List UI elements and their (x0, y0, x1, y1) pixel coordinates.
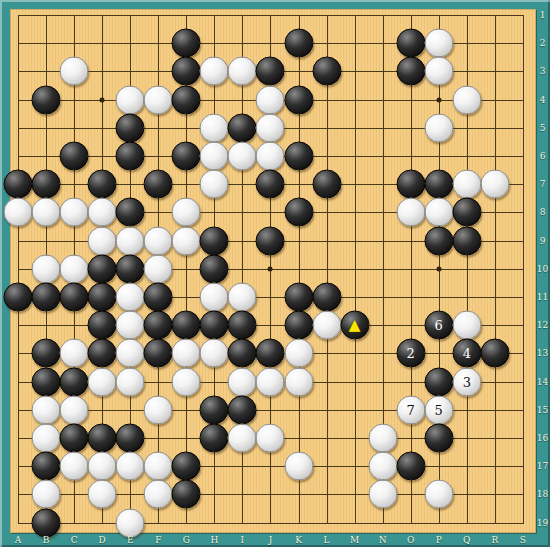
grid-line-horizontal (18, 523, 524, 524)
black-stone[interactable] (256, 170, 285, 199)
column-label: S (520, 535, 526, 545)
black-stone[interactable] (4, 283, 33, 312)
black-stone[interactable] (452, 226, 481, 255)
white-stone[interactable] (424, 113, 453, 142)
black-stone[interactable] (116, 198, 145, 227)
black-stone[interactable]: 4 (452, 339, 481, 368)
row-label: 8 (536, 207, 549, 217)
white-stone[interactable] (116, 452, 145, 481)
white-stone[interactable] (116, 311, 145, 340)
black-stone[interactable]: 6 (424, 311, 453, 340)
black-stone[interactable] (60, 367, 89, 396)
row-label: 17 (536, 461, 549, 471)
white-stone[interactable] (32, 395, 61, 424)
black-stone[interactable] (228, 339, 257, 368)
white-stone[interactable] (60, 395, 89, 424)
white-stone[interactable] (116, 226, 145, 255)
black-stone[interactable] (424, 424, 453, 453)
white-stone[interactable] (60, 57, 89, 86)
black-stone[interactable] (144, 170, 173, 199)
white-stone[interactable] (228, 283, 257, 312)
black-stone[interactable] (32, 170, 61, 199)
black-stone[interactable] (60, 283, 89, 312)
black-stone[interactable] (88, 424, 117, 453)
black-stone[interactable] (200, 395, 229, 424)
black-stone[interactable] (480, 339, 509, 368)
white-stone[interactable] (88, 452, 117, 481)
star-point (100, 97, 105, 102)
column-label: E (127, 535, 134, 545)
column-label: R (491, 535, 498, 545)
black-stone[interactable] (312, 170, 341, 199)
column-label: M (350, 535, 359, 545)
black-stone[interactable] (256, 57, 285, 86)
go-app-window: ▲624375 ABCDEFGHIJKLMNOPQRS1234567891011… (0, 0, 550, 547)
white-stone[interactable] (200, 283, 229, 312)
white-stone[interactable] (200, 170, 229, 199)
black-stone[interactable] (172, 480, 201, 509)
white-stone[interactable] (144, 226, 173, 255)
go-board[interactable]: ▲624375 (10, 9, 536, 533)
move-number-label: 3 (463, 375, 471, 388)
black-stone[interactable] (312, 283, 341, 312)
white-stone[interactable] (284, 339, 313, 368)
white-stone[interactable] (228, 367, 257, 396)
black-stone[interactable] (396, 452, 425, 481)
white-stone[interactable]: 7 (396, 395, 425, 424)
white-stone[interactable] (60, 198, 89, 227)
black-stone[interactable] (284, 198, 313, 227)
white-stone[interactable] (200, 113, 229, 142)
black-stone[interactable] (200, 226, 229, 255)
column-label: G (183, 535, 190, 545)
row-label: 16 (536, 433, 549, 443)
black-stone[interactable] (284, 283, 313, 312)
white-stone[interactable] (312, 311, 341, 340)
white-stone[interactable] (116, 508, 145, 537)
black-stone[interactable] (172, 452, 201, 481)
row-label: 3 (536, 66, 549, 76)
black-stone[interactable] (32, 367, 61, 396)
column-label: D (99, 535, 106, 545)
row-label: 12 (536, 320, 549, 330)
column-label: H (210, 535, 218, 545)
grid-line-vertical (355, 15, 356, 524)
white-stone[interactable] (256, 113, 285, 142)
white-stone[interactable] (228, 57, 257, 86)
white-stone[interactable] (228, 424, 257, 453)
column-label: K (295, 535, 302, 545)
black-stone[interactable] (172, 85, 201, 114)
black-stone[interactable] (88, 170, 117, 199)
black-stone[interactable] (116, 142, 145, 171)
white-stone[interactable] (368, 480, 397, 509)
row-label: 19 (536, 518, 549, 528)
black-stone[interactable] (144, 339, 173, 368)
white-stone[interactable] (116, 367, 145, 396)
black-stone[interactable] (396, 29, 425, 58)
row-label: 7 (536, 179, 549, 189)
white-stone[interactable] (396, 198, 425, 227)
row-label: 5 (536, 123, 549, 133)
black-stone[interactable] (116, 254, 145, 283)
column-label: A (15, 535, 22, 545)
grid-line-vertical (411, 15, 412, 524)
white-stone[interactable] (424, 198, 453, 227)
row-label: 11 (536, 292, 549, 302)
black-stone[interactable] (312, 57, 341, 86)
black-stone[interactable] (452, 198, 481, 227)
black-stone[interactable] (284, 142, 313, 171)
white-stone[interactable] (32, 254, 61, 283)
white-stone[interactable] (144, 395, 173, 424)
black-stone[interactable] (396, 170, 425, 199)
white-stone[interactable] (452, 170, 481, 199)
black-stone[interactable] (32, 85, 61, 114)
black-stone[interactable] (200, 311, 229, 340)
black-stone[interactable] (172, 57, 201, 86)
black-stone[interactable] (424, 226, 453, 255)
move-number-label: 5 (435, 403, 443, 416)
white-stone[interactable] (116, 339, 145, 368)
white-stone[interactable] (368, 424, 397, 453)
black-stone[interactable] (284, 85, 313, 114)
white-stone[interactable] (284, 452, 313, 481)
white-stone[interactable] (32, 424, 61, 453)
white-stone[interactable] (172, 367, 201, 396)
white-stone[interactable] (256, 424, 285, 453)
white-stone[interactable] (88, 198, 117, 227)
black-stone[interactable] (32, 452, 61, 481)
black-stone[interactable] (172, 29, 201, 58)
black-stone[interactable] (88, 283, 117, 312)
white-stone[interactable] (200, 57, 229, 86)
row-label: 1 (536, 10, 549, 20)
white-stone[interactable]: 5 (424, 395, 453, 424)
row-label: 15 (536, 405, 549, 415)
white-stone[interactable] (144, 452, 173, 481)
column-label: L (324, 535, 330, 545)
star-point (436, 266, 441, 271)
black-stone[interactable] (116, 113, 145, 142)
white-stone[interactable] (256, 367, 285, 396)
white-stone[interactable] (60, 254, 89, 283)
black-stone[interactable] (200, 254, 229, 283)
white-stone[interactable] (424, 57, 453, 86)
white-stone[interactable] (32, 198, 61, 227)
white-stone[interactable] (116, 85, 145, 114)
white-stone[interactable] (144, 85, 173, 114)
column-label: N (379, 535, 387, 545)
column-label: Q (463, 535, 470, 545)
white-stone[interactable] (60, 452, 89, 481)
black-stone[interactable] (60, 142, 89, 171)
black-stone[interactable] (228, 395, 257, 424)
white-stone[interactable] (32, 480, 61, 509)
row-label: 9 (536, 236, 549, 246)
black-stone[interactable] (144, 283, 173, 312)
white-stone[interactable] (228, 142, 257, 171)
black-stone[interactable] (88, 254, 117, 283)
column-label: C (71, 535, 78, 545)
star-point (436, 97, 441, 102)
black-stone[interactable]: ▲ (340, 311, 369, 340)
white-stone[interactable] (256, 85, 285, 114)
column-label: P (436, 535, 442, 545)
star-point (268, 266, 273, 271)
black-stone[interactable] (172, 142, 201, 171)
black-stone[interactable] (284, 29, 313, 58)
white-stone[interactable] (480, 170, 509, 199)
white-stone[interactable] (144, 254, 173, 283)
white-stone[interactable] (452, 85, 481, 114)
row-label: 6 (536, 151, 549, 161)
column-label: F (155, 535, 161, 545)
row-label: 14 (536, 377, 549, 387)
white-stone[interactable] (144, 480, 173, 509)
column-label: J (269, 535, 273, 545)
move-number-label: 2 (407, 347, 415, 360)
white-stone[interactable] (200, 142, 229, 171)
black-stone[interactable] (228, 113, 257, 142)
black-stone[interactable] (284, 311, 313, 340)
white-stone[interactable] (172, 226, 201, 255)
white-stone[interactable] (88, 480, 117, 509)
move-number-label: 7 (407, 403, 415, 416)
black-stone[interactable] (60, 424, 89, 453)
black-stone[interactable] (424, 170, 453, 199)
white-stone[interactable] (284, 367, 313, 396)
row-label: 2 (536, 38, 549, 48)
black-stone[interactable] (116, 424, 145, 453)
black-stone[interactable] (88, 311, 117, 340)
grid-line-vertical (523, 15, 524, 524)
black-stone[interactable] (4, 170, 33, 199)
row-label: 4 (536, 95, 549, 105)
black-stone[interactable] (424, 367, 453, 396)
white-stone[interactable] (200, 339, 229, 368)
white-stone[interactable] (452, 311, 481, 340)
black-stone[interactable] (228, 311, 257, 340)
black-stone[interactable] (172, 311, 201, 340)
column-label: O (407, 535, 414, 545)
black-stone[interactable] (396, 57, 425, 86)
black-stone[interactable] (256, 339, 285, 368)
column-label: I (241, 535, 245, 545)
white-stone[interactable] (424, 29, 453, 58)
black-stone[interactable] (200, 424, 229, 453)
white-stone[interactable] (256, 142, 285, 171)
grid-line-vertical (495, 15, 496, 524)
black-stone[interactable] (32, 339, 61, 368)
white-stone[interactable] (172, 198, 201, 227)
black-stone[interactable] (88, 339, 117, 368)
white-stone[interactable] (116, 283, 145, 312)
move-number-label: 4 (463, 347, 471, 360)
black-stone[interactable] (256, 226, 285, 255)
white-stone[interactable] (172, 339, 201, 368)
black-stone[interactable]: 2 (396, 339, 425, 368)
grid-line-vertical (327, 15, 328, 524)
row-label: 10 (536, 264, 549, 274)
white-stone[interactable] (88, 226, 117, 255)
black-stone[interactable] (32, 283, 61, 312)
column-label: B (43, 535, 50, 545)
white-stone[interactable] (424, 480, 453, 509)
move-number-label: 6 (435, 319, 443, 332)
white-stone[interactable]: 3 (452, 367, 481, 396)
black-stone[interactable] (32, 508, 61, 537)
white-stone[interactable] (88, 367, 117, 396)
white-stone[interactable] (4, 198, 33, 227)
row-label: 18 (536, 489, 549, 499)
row-label: 13 (536, 348, 549, 358)
triangle-marker-icon: ▲ (349, 318, 361, 333)
white-stone[interactable] (60, 339, 89, 368)
black-stone[interactable] (144, 311, 173, 340)
white-stone[interactable] (368, 452, 397, 481)
